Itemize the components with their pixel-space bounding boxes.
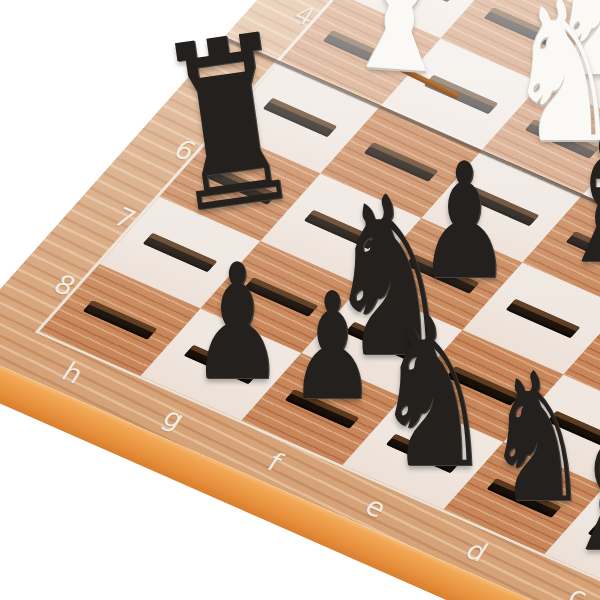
piece-black-c8[interactable]: ♝ xyxy=(561,397,600,577)
piece-black-e8[interactable]: ♞ xyxy=(373,292,492,497)
piece-white-h4[interactable]: ♝ xyxy=(337,0,464,103)
piece-black-e5[interactable]: ♝ xyxy=(557,113,600,288)
piece-slot-h8 xyxy=(83,300,157,339)
piece-black-g8[interactable]: ♟ xyxy=(190,243,283,403)
piece-slot-e6 xyxy=(506,299,580,338)
piece-black-f8[interactable]: ♟ xyxy=(289,273,375,421)
board-photo-stage: hgfedcba87654321 ♜♞♟♟♟♞♞♝♝♝♞♞ xyxy=(0,0,600,600)
